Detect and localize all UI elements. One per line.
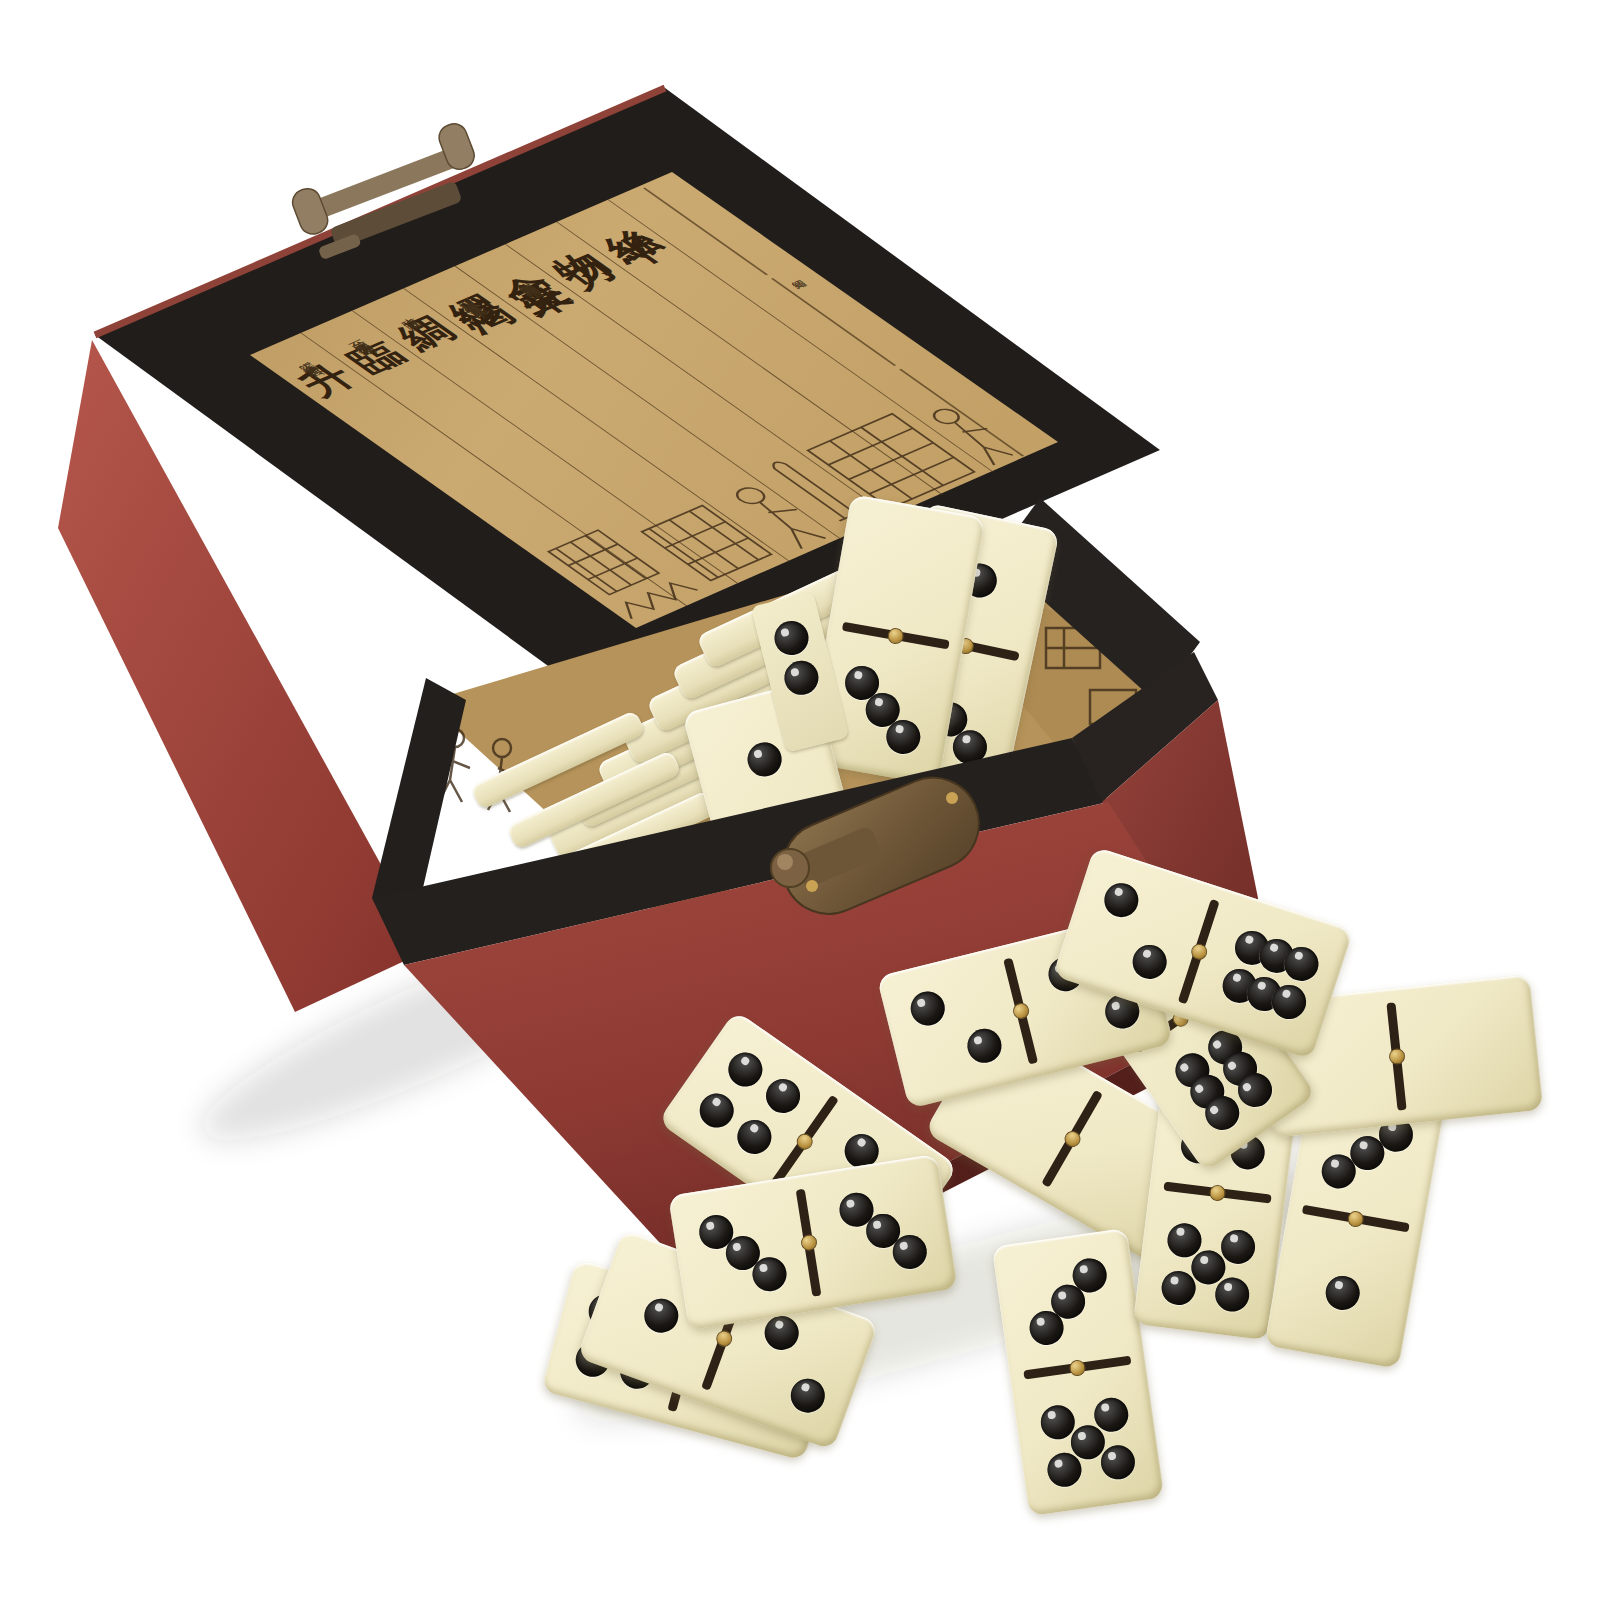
pip [1160, 1269, 1198, 1307]
domino-half [1143, 1206, 1274, 1330]
pip [1219, 1228, 1257, 1266]
domino-tile-3-3[interactable] [668, 1154, 958, 1331]
product-photo-domino-set: 悉少 文美菜 升緩不濟急兵臨至此兩掘井則綢也臨及繆渴綢繆安排也言凡事念宜未儘萬難… [0, 0, 1600, 1600]
pip [964, 1025, 1005, 1066]
domino-half [1002, 1239, 1134, 1364]
dominoes-scattered [0, 0, 1600, 1600]
domino-half [888, 957, 1023, 1098]
spinner-brass-pin [1209, 1184, 1227, 1202]
pip [1323, 1273, 1362, 1312]
domino-half [820, 1164, 947, 1298]
pip [1213, 1276, 1251, 1314]
pip [1099, 1443, 1137, 1481]
domino-half [1022, 1380, 1154, 1505]
pip [730, 1113, 777, 1160]
pip [907, 988, 948, 1029]
pip [693, 1087, 740, 1134]
spinner-brass-pin [1388, 1048, 1406, 1066]
pip [1128, 941, 1171, 984]
domino-half [1200, 902, 1341, 1048]
spinner-brass-pin [799, 1234, 817, 1252]
pip [1100, 879, 1143, 922]
pip [722, 1046, 769, 1093]
domino-half [671, 1023, 829, 1183]
domino-half [679, 1186, 806, 1320]
domino-half [1275, 1229, 1410, 1358]
pip [786, 1374, 830, 1418]
pip [639, 1294, 683, 1338]
spinner-brass-pin [1347, 1209, 1366, 1228]
domino-half [1411, 984, 1533, 1113]
pip [759, 1072, 806, 1119]
